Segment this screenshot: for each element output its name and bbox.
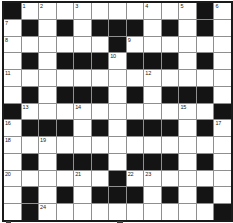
cell-r1c8[interactable] xyxy=(127,3,144,19)
clue-number-23: 23 xyxy=(145,171,151,177)
block-r4c10 xyxy=(162,53,179,69)
clue-number-5: 5 xyxy=(180,3,183,9)
cell-r13c3[interactable]: 24 xyxy=(39,204,56,220)
cell-r11c3[interactable] xyxy=(39,171,56,187)
block-r6c5 xyxy=(74,87,91,103)
block-r4c5 xyxy=(74,53,91,69)
cell-r11c11[interactable] xyxy=(179,171,196,187)
cell-r6c13[interactable] xyxy=(214,87,231,103)
cell-r5c3[interactable] xyxy=(39,70,56,86)
cell-r9c3[interactable]: 19 xyxy=(39,137,56,153)
block-r2c7 xyxy=(109,20,126,36)
block-r2c10 xyxy=(162,20,179,36)
cell-r1c4[interactable] xyxy=(57,3,74,19)
clue-number-14: 14 xyxy=(75,104,81,110)
clue-number-3: 3 xyxy=(75,3,78,9)
cell-r13c12[interactable] xyxy=(197,204,214,220)
clue-number-11: 11 xyxy=(5,70,10,76)
cell-r11c13[interactable] xyxy=(214,171,231,187)
cell-r12c11[interactable] xyxy=(179,187,196,203)
cell-r4c3[interactable] xyxy=(39,53,56,69)
clue-number-10: 10 xyxy=(110,53,116,59)
cell-r3c2[interactable] xyxy=(22,37,39,53)
cell-r11c2[interactable] xyxy=(22,171,39,187)
cell-r8c11[interactable] xyxy=(179,120,196,136)
cell-r7c10[interactable] xyxy=(162,104,179,120)
cell-r11c1[interactable]: 20 xyxy=(4,171,21,187)
clue-number-7: 7 xyxy=(5,20,8,26)
cell-r7c9[interactable] xyxy=(144,104,161,120)
cell-r10c1[interactable] xyxy=(4,154,21,170)
cell-r3c8[interactable]: 9 xyxy=(127,37,144,53)
cell-r2c1[interactable]: 7 xyxy=(4,20,21,36)
block-r10c8 xyxy=(127,154,144,170)
block-r6c4 xyxy=(57,87,74,103)
clue-number-12: 12 xyxy=(145,70,151,76)
cell-r11c9[interactable]: 23 xyxy=(144,171,161,187)
cell-r5c12[interactable] xyxy=(197,70,214,86)
cell-r10c13[interactable] xyxy=(214,154,231,170)
cell-r2c5[interactable] xyxy=(74,20,91,36)
block-r13c2 xyxy=(22,204,39,220)
cropped-text-artifact xyxy=(117,221,123,223)
cell-r12c3[interactable] xyxy=(39,187,56,203)
cell-r7c3[interactable] xyxy=(39,104,56,120)
cell-r9c13[interactable] xyxy=(214,137,231,153)
block-r10c5 xyxy=(74,154,91,170)
block-r10c2 xyxy=(22,154,39,170)
cell-r9c6[interactable] xyxy=(92,137,109,153)
cell-r13c8[interactable] xyxy=(127,204,144,220)
cell-r11c12[interactable] xyxy=(197,171,214,187)
block-r8c10 xyxy=(162,120,179,136)
cell-r4c7[interactable]: 10 xyxy=(109,53,126,69)
cell-r5c10[interactable] xyxy=(162,70,179,86)
clue-number-4: 4 xyxy=(145,3,148,9)
cell-r7c5[interactable]: 14 xyxy=(74,104,91,120)
block-r12c12 xyxy=(197,187,214,203)
block-r12c6 xyxy=(92,187,109,203)
cell-r1c13[interactable]: 6 xyxy=(214,3,231,19)
cropped-text-artifact xyxy=(6,221,11,223)
cell-r1c5[interactable]: 3 xyxy=(74,3,91,19)
block-r6c6 xyxy=(92,87,109,103)
cell-r13c5[interactable] xyxy=(74,204,91,220)
cell-r8c7[interactable] xyxy=(109,120,126,136)
block-r2c2 xyxy=(22,20,39,36)
clue-number-21: 21 xyxy=(75,171,81,177)
block-r8c9 xyxy=(144,120,161,136)
block-r4c9 xyxy=(144,53,161,69)
block-r6c12 xyxy=(197,87,214,103)
cell-r1c9[interactable]: 4 xyxy=(144,3,161,19)
clue-number-17: 17 xyxy=(215,120,221,126)
cell-r5c4[interactable] xyxy=(57,70,74,86)
cell-r13c10[interactable] xyxy=(162,204,179,220)
cell-r11c4[interactable] xyxy=(57,171,74,187)
block-r6c8 xyxy=(127,87,144,103)
cell-r10c3[interactable] xyxy=(39,154,56,170)
cell-r9c5[interactable] xyxy=(74,137,91,153)
cell-r4c13[interactable] xyxy=(214,53,231,69)
cell-r8c5[interactable] xyxy=(74,120,91,136)
cell-r2c11[interactable] xyxy=(179,20,196,36)
cell-r5c11[interactable] xyxy=(179,70,196,86)
cell-r9c7[interactable] xyxy=(109,137,126,153)
cell-r5c7[interactable] xyxy=(109,70,126,86)
block-r1c12 xyxy=(197,3,214,19)
cell-r9c8[interactable] xyxy=(127,137,144,153)
cell-r12c5[interactable] xyxy=(74,187,91,203)
block-r1c1 xyxy=(4,3,21,19)
cell-r8c13[interactable]: 17 xyxy=(214,120,231,136)
block-r8c6 xyxy=(92,120,109,136)
cell-r3c6[interactable] xyxy=(92,37,109,53)
clue-number-13: 13 xyxy=(23,104,29,110)
block-r4c2 xyxy=(22,53,39,69)
cell-r2c9[interactable] xyxy=(144,20,161,36)
clue-number-18: 18 xyxy=(5,137,11,143)
block-r6c11 xyxy=(179,87,196,103)
block-r7c1 xyxy=(4,104,21,120)
cell-r5c2[interactable] xyxy=(22,70,39,86)
block-r3c7 xyxy=(109,37,126,53)
cell-r3c5[interactable] xyxy=(74,37,91,53)
cell-r6c1[interactable] xyxy=(4,87,21,103)
cell-r12c1[interactable] xyxy=(4,187,21,203)
cell-r9c1[interactable]: 18 xyxy=(4,137,21,153)
block-r12c2 xyxy=(22,187,39,203)
block-r4c12 xyxy=(197,53,214,69)
clue-number-9: 9 xyxy=(128,37,131,43)
cell-r5c13[interactable] xyxy=(214,70,231,86)
block-r12c10 xyxy=(162,187,179,203)
cell-r13c9[interactable] xyxy=(144,204,161,220)
cell-r3c9[interactable] xyxy=(144,37,161,53)
cell-r3c1[interactable]: 8 xyxy=(4,37,21,53)
cell-r5c5[interactable] xyxy=(74,70,91,86)
cell-r8c1[interactable]: 16 xyxy=(4,120,21,136)
crossword-page: 123456789101112131415161718192021222324 xyxy=(0,0,233,223)
cell-r11c10[interactable] xyxy=(162,171,179,187)
clue-number-15: 15 xyxy=(180,104,186,110)
clue-number-1: 1 xyxy=(23,3,26,9)
block-r8c3 xyxy=(39,120,56,136)
cell-r7c6[interactable] xyxy=(92,104,109,120)
block-r10c4 xyxy=(57,154,74,170)
cell-r9c11[interactable] xyxy=(179,137,196,153)
cell-r6c9[interactable] xyxy=(144,87,161,103)
cell-r10c11[interactable] xyxy=(179,154,196,170)
cell-r3c10[interactable] xyxy=(162,37,179,53)
cell-r2c13[interactable] xyxy=(214,20,231,36)
cell-r7c12[interactable] xyxy=(197,104,214,120)
block-r8c4 xyxy=(57,120,74,136)
clue-number-8: 8 xyxy=(5,37,8,43)
clue-number-2: 2 xyxy=(40,3,43,9)
block-r8c12 xyxy=(197,120,214,136)
cell-r3c11[interactable] xyxy=(179,37,196,53)
cell-r2c3[interactable] xyxy=(39,20,56,36)
cell-r9c9[interactable] xyxy=(144,137,161,153)
block-r12c4 xyxy=(57,187,74,203)
crossword-grid: 123456789101112131415161718192021222324 xyxy=(2,1,233,222)
cell-r1c11[interactable]: 5 xyxy=(179,3,196,19)
clue-number-20: 20 xyxy=(5,171,11,177)
block-r6c2 xyxy=(22,87,39,103)
block-r2c8 xyxy=(127,20,144,36)
cell-r5c1[interactable]: 11 xyxy=(4,70,21,86)
cell-r5c8[interactable] xyxy=(127,70,144,86)
cell-r5c6[interactable] xyxy=(92,70,109,86)
block-r4c8 xyxy=(127,53,144,69)
cell-r13c1[interactable] xyxy=(4,204,21,220)
cell-r7c8[interactable] xyxy=(127,104,144,120)
block-r12c7 xyxy=(109,187,126,203)
clue-number-16: 16 xyxy=(5,120,11,126)
cell-r7c4[interactable] xyxy=(57,104,74,120)
block-r2c12 xyxy=(197,20,214,36)
block-r4c4 xyxy=(57,53,74,69)
cell-r6c7[interactable] xyxy=(109,87,126,103)
cell-r4c1[interactable] xyxy=(4,53,21,69)
cell-r1c2[interactable]: 1 xyxy=(22,3,39,19)
cell-r1c3[interactable]: 2 xyxy=(39,3,56,19)
cell-r9c4[interactable] xyxy=(57,137,74,153)
block-r10c6 xyxy=(92,154,109,170)
cell-r1c6[interactable] xyxy=(92,3,109,19)
cell-r11c5[interactable]: 21 xyxy=(74,171,91,187)
cell-r6c3[interactable] xyxy=(39,87,56,103)
clue-number-6: 6 xyxy=(215,3,218,9)
cell-r7c11[interactable]: 15 xyxy=(179,104,196,120)
block-r10c10 xyxy=(162,154,179,170)
block-r7c13 xyxy=(214,104,231,120)
cell-r9c12[interactable] xyxy=(197,137,214,153)
block-r2c4 xyxy=(57,20,74,36)
block-r6c10 xyxy=(162,87,179,103)
cell-r13c4[interactable] xyxy=(57,204,74,220)
cell-r1c10[interactable] xyxy=(162,3,179,19)
cell-r7c2[interactable]: 13 xyxy=(22,104,39,120)
cell-r11c6[interactable] xyxy=(92,171,109,187)
block-r12c8 xyxy=(127,187,144,203)
cell-r13c11[interactable] xyxy=(179,204,196,220)
cell-r10c7[interactable] xyxy=(109,154,126,170)
cell-r3c12[interactable] xyxy=(197,37,214,53)
cell-r12c9[interactable] xyxy=(144,187,161,203)
block-r8c8 xyxy=(127,120,144,136)
clue-number-22: 22 xyxy=(128,171,134,177)
cell-r13c6[interactable] xyxy=(92,204,109,220)
cell-r3c13[interactable] xyxy=(214,37,231,53)
block-r13c13 xyxy=(214,204,231,220)
clue-number-24: 24 xyxy=(40,204,46,210)
cell-r4c11[interactable] xyxy=(179,53,196,69)
cell-r13c7[interactable] xyxy=(109,204,126,220)
cell-r9c10[interactable] xyxy=(162,137,179,153)
block-r10c12 xyxy=(197,154,214,170)
cell-r12c13[interactable] xyxy=(214,187,231,203)
block-r4c6 xyxy=(92,53,109,69)
cell-r3c3[interactable] xyxy=(39,37,56,53)
block-r2c6 xyxy=(92,20,109,36)
block-r10c9 xyxy=(144,154,161,170)
cell-r3c4[interactable] xyxy=(57,37,74,53)
cell-r1c7[interactable] xyxy=(109,3,126,19)
cell-r5c9[interactable]: 12 xyxy=(144,70,161,86)
block-r11c7 xyxy=(109,171,126,187)
block-r8c2 xyxy=(22,120,39,136)
cell-r11c8[interactable]: 22 xyxy=(127,171,144,187)
cell-r7c7[interactable] xyxy=(109,104,126,120)
clue-number-19: 19 xyxy=(40,137,46,143)
cell-r9c2[interactable] xyxy=(22,137,39,153)
